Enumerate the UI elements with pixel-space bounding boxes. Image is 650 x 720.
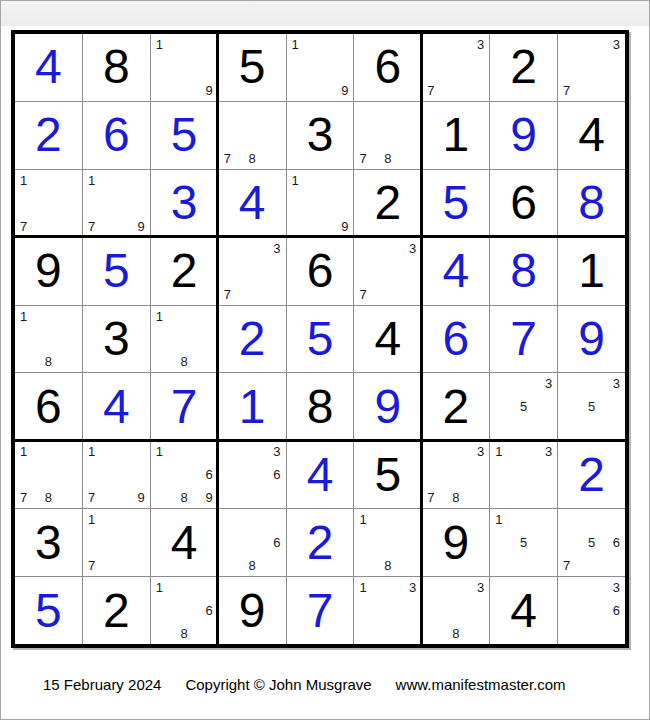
cell-r2c6[interactable]: 78	[354, 102, 421, 169]
solved-digit: 7	[171, 383, 198, 431]
cell-r7c3[interactable]: 1689	[151, 441, 218, 508]
given-digit: 2	[171, 247, 198, 295]
candidate-grid: 18	[151, 306, 218, 373]
solved-digit: 2	[578, 451, 605, 499]
cell-r7c7[interactable]: 378	[422, 441, 489, 508]
candidate-digit: 1	[151, 441, 173, 463]
cell-r4c8[interactable]: 8	[490, 238, 557, 305]
cell-r9c7[interactable]: 38	[422, 577, 489, 644]
solved-digit: 8	[578, 179, 605, 227]
candidate-grid: 17	[15, 170, 82, 237]
cell-r3c7[interactable]: 5	[422, 170, 489, 237]
candidate-digit: 7	[83, 486, 105, 508]
candidate-digit: 1	[83, 170, 105, 192]
candidate-digit: 3	[603, 577, 625, 599]
cell-r6c1[interactable]: 6	[15, 373, 82, 440]
candidate-digit: 7	[422, 79, 444, 101]
candidate-digit: 7	[354, 282, 376, 304]
solved-digit: 6	[442, 315, 469, 363]
candidate-digit: 7	[558, 79, 580, 101]
candidate-digit: 7	[83, 214, 105, 236]
candidate-digit: 7	[83, 554, 105, 576]
cell-r2c4[interactable]: 78	[219, 102, 286, 169]
top-bar	[1, 1, 649, 26]
cell-r5c2[interactable]: 3	[83, 306, 150, 373]
cell-r9c9[interactable]: 36	[558, 577, 625, 644]
solved-digit: 4	[307, 451, 334, 499]
given-digit: 9	[442, 519, 469, 567]
cell-r7c4[interactable]: 36	[219, 441, 286, 508]
footer-copyright: Copyright © John Musgrave	[185, 676, 371, 693]
solved-digit: 2	[307, 519, 334, 567]
box-line-vertical-2	[420, 34, 423, 644]
candidate-digit: 3	[263, 238, 285, 260]
candidate-digit: 3	[603, 373, 625, 395]
given-digit: 6	[375, 43, 402, 91]
candidate-digit: 1	[287, 170, 309, 192]
candidate-digit: 1	[490, 441, 512, 463]
candidate-digit: 6	[195, 464, 217, 486]
given-digit: 1	[442, 111, 469, 159]
cell-r2c2[interactable]: 6	[83, 102, 150, 169]
candidate-digit: 7	[422, 486, 444, 508]
candidate-digit: 6	[263, 464, 285, 486]
cell-r4c4[interactable]: 37	[219, 238, 286, 305]
cell-r9c6[interactable]: 13	[354, 577, 421, 644]
given-digit: 2	[442, 383, 469, 431]
candidate-grid: 178	[15, 441, 82, 508]
candidate-digit: 5	[513, 396, 535, 418]
candidate-digit: 9	[127, 486, 149, 508]
candidate-grid: 18	[354, 509, 421, 576]
cell-r9c1[interactable]: 5	[15, 577, 82, 644]
given-digit: 5	[239, 43, 266, 91]
candidate-digit: 3	[535, 441, 557, 463]
candidate-digit: 5	[513, 532, 535, 554]
footer: 15 February 2024 Copyright © John Musgra…	[43, 676, 566, 693]
solved-digit: 9	[510, 111, 537, 159]
cell-r8c2[interactable]: 17	[83, 509, 150, 576]
solved-digit: 4	[239, 179, 266, 227]
cell-r4c9[interactable]: 1	[558, 238, 625, 305]
candidate-digit: 7	[219, 282, 241, 304]
candidate-digit: 5	[580, 532, 602, 554]
candidate-digit: 3	[467, 34, 489, 56]
cell-r5c5[interactable]: 5	[287, 306, 354, 373]
solved-digit: 9	[578, 315, 605, 363]
cell-r5c4[interactable]: 2	[219, 306, 286, 373]
cell-r7c2[interactable]: 179	[83, 441, 150, 508]
candidate-digit: 8	[37, 350, 59, 372]
given-digit: 5	[375, 451, 402, 499]
cell-r1c8[interactable]: 2	[490, 34, 557, 101]
cell-r6c9[interactable]: 35	[558, 373, 625, 440]
box-line-vertical-1	[216, 34, 219, 644]
cell-r3c2[interactable]: 179	[83, 170, 150, 237]
cell-r8c7[interactable]: 9	[422, 509, 489, 576]
candidate-digit: 1	[151, 34, 173, 56]
given-digit: 6	[307, 247, 334, 295]
cell-r6c8[interactable]: 35	[490, 373, 557, 440]
cell-r2c5[interactable]: 3	[287, 102, 354, 169]
candidate-grid: 19	[287, 34, 354, 101]
solved-digit: 5	[103, 247, 130, 295]
cell-r1c7[interactable]: 37	[422, 34, 489, 101]
candidate-digit: 1	[83, 509, 105, 531]
candidate-digit: 3	[467, 577, 489, 599]
sudoku-grid: 4819519637237265783781941717934192568952…	[11, 30, 629, 648]
cell-r8c8[interactable]: 15	[490, 509, 557, 576]
footer-date: 15 February 2024	[43, 676, 161, 693]
cell-r3c6[interactable]: 2	[354, 170, 421, 237]
candidate-grid: 35	[558, 373, 625, 440]
candidate-digit: 3	[399, 238, 421, 260]
candidate-digit: 8	[241, 146, 263, 168]
cell-r1c3[interactable]: 19	[151, 34, 218, 101]
candidate-grid: 179	[83, 170, 150, 237]
candidate-digit: 3	[467, 441, 489, 463]
solved-digit: 2	[35, 111, 62, 159]
cell-r4c1[interactable]: 9	[15, 238, 82, 305]
cell-r7c6[interactable]: 5	[354, 441, 421, 508]
candidate-digit: 8	[377, 554, 399, 576]
cell-r9c8[interactable]: 4	[490, 577, 557, 644]
candidate-digit: 8	[173, 350, 195, 372]
candidate-grid: 18	[15, 306, 82, 373]
cell-r8c9[interactable]: 567	[558, 509, 625, 576]
solved-digit: 6	[103, 111, 130, 159]
candidate-digit: 6	[195, 599, 217, 621]
cell-r5c7[interactable]: 6	[422, 306, 489, 373]
page: 4819519637237265783781941717934192568952…	[0, 0, 650, 720]
candidate-digit: 8	[173, 622, 195, 644]
candidate-digit: 9	[331, 79, 353, 101]
candidate-digit: 8	[377, 146, 399, 168]
given-digit: 3	[35, 519, 62, 567]
candidate-digit: 1	[15, 170, 37, 192]
cell-r4c6[interactable]: 37	[354, 238, 421, 305]
given-digit: 9	[239, 587, 266, 635]
cell-r9c5[interactable]: 7	[287, 577, 354, 644]
cell-r6c2[interactable]: 4	[83, 373, 150, 440]
candidate-digit: 6	[603, 532, 625, 554]
candidate-digit: 8	[445, 486, 467, 508]
given-digit: 3	[307, 111, 334, 159]
solved-digit: 7	[510, 315, 537, 363]
candidate-grid: 13	[354, 577, 421, 644]
cell-r7c9[interactable]: 2	[558, 441, 625, 508]
candidate-digit: 1	[354, 577, 376, 599]
candidate-digit: 1	[151, 577, 173, 599]
candidate-grid: 19	[287, 170, 354, 237]
cell-r2c7[interactable]: 1	[422, 102, 489, 169]
candidate-digit: 9	[331, 214, 353, 236]
candidate-digit: 9	[195, 486, 217, 508]
cell-r4c7[interactable]: 4	[422, 238, 489, 305]
cell-r3c9[interactable]: 8	[558, 170, 625, 237]
cell-r1c6[interactable]: 6	[354, 34, 421, 101]
given-digit: 2	[510, 43, 537, 91]
candidate-grid: 35	[490, 373, 557, 440]
candidate-digit: 1	[490, 509, 512, 531]
cell-r8c4[interactable]: 68	[219, 509, 286, 576]
candidate-digit: 9	[195, 79, 217, 101]
given-digit: 6	[510, 179, 537, 227]
given-digit: 8	[307, 383, 334, 431]
cell-r8c1[interactable]: 3	[15, 509, 82, 576]
candidate-grid: 37	[219, 238, 286, 305]
candidate-grid: 37	[354, 238, 421, 305]
given-digit: 1	[578, 247, 605, 295]
candidate-grid: 78	[354, 102, 421, 169]
candidate-digit: 8	[173, 486, 195, 508]
box-line-horizontal-1	[15, 235, 625, 238]
cell-r5c1[interactable]: 18	[15, 306, 82, 373]
candidate-grid: 37	[422, 34, 489, 101]
candidate-grid: 15	[490, 509, 557, 576]
candidate-grid: 78	[219, 102, 286, 169]
candidate-grid: 37	[558, 34, 625, 101]
cell-r5c8[interactable]: 7	[490, 306, 557, 373]
cell-r1c9[interactable]: 37	[558, 34, 625, 101]
candidate-digit: 7	[15, 214, 37, 236]
cell-r5c9[interactable]: 9	[558, 306, 625, 373]
candidate-grid: 168	[151, 577, 218, 644]
cell-r3c8[interactable]: 6	[490, 170, 557, 237]
candidate-digit: 3	[263, 441, 285, 463]
cell-r9c4[interactable]: 9	[219, 577, 286, 644]
candidate-digit: 3	[603, 34, 625, 56]
given-digit: 4	[510, 587, 537, 635]
cell-r9c3[interactable]: 168	[151, 577, 218, 644]
solved-digit: 2	[239, 315, 266, 363]
cell-r1c2[interactable]: 8	[83, 34, 150, 101]
cell-r4c2[interactable]: 5	[83, 238, 150, 305]
cell-r2c9[interactable]: 4	[558, 102, 625, 169]
solved-digit: 1	[239, 383, 266, 431]
candidate-grid: 17	[83, 509, 150, 576]
cell-r7c1[interactable]: 178	[15, 441, 82, 508]
cell-r6c3[interactable]: 7	[151, 373, 218, 440]
cell-r8c5[interactable]: 2	[287, 509, 354, 576]
candidate-digit: 7	[558, 554, 580, 576]
candidate-grid: 179	[83, 441, 150, 508]
cell-r1c4[interactable]: 5	[219, 34, 286, 101]
cell-r1c1[interactable]: 4	[15, 34, 82, 101]
cell-r7c8[interactable]: 13	[490, 441, 557, 508]
candidate-digit: 1	[287, 34, 309, 56]
candidate-digit: 9	[127, 214, 149, 236]
solved-digit: 5	[307, 315, 334, 363]
cell-r4c3[interactable]: 2	[151, 238, 218, 305]
given-digit: 3	[103, 315, 130, 363]
candidate-grid: 36	[219, 441, 286, 508]
cell-r6c5[interactable]: 8	[287, 373, 354, 440]
cell-r8c3[interactable]: 4	[151, 509, 218, 576]
candidate-grid: 567	[558, 509, 625, 576]
given-digit: 2	[103, 587, 130, 635]
candidate-grid: 13	[490, 441, 557, 508]
given-digit: 9	[35, 247, 62, 295]
solved-digit: 5	[442, 179, 469, 227]
cell-r8c6[interactable]: 18	[354, 509, 421, 576]
candidate-digit: 8	[37, 486, 59, 508]
cell-r6c7[interactable]: 2	[422, 373, 489, 440]
candidate-digit: 7	[354, 146, 376, 168]
candidate-digit: 6	[603, 599, 625, 621]
cell-r2c3[interactable]: 5	[151, 102, 218, 169]
solved-digit: 7	[307, 587, 334, 635]
candidate-digit: 1	[151, 306, 173, 328]
cell-r2c1[interactable]: 2	[15, 102, 82, 169]
candidate-digit: 1	[83, 441, 105, 463]
given-digit: 8	[103, 43, 130, 91]
cell-r9c2[interactable]: 2	[83, 577, 150, 644]
solved-digit: 4	[442, 247, 469, 295]
solved-digit: 4	[35, 43, 62, 91]
cell-r1c5[interactable]: 19	[287, 34, 354, 101]
solved-digit: 4	[103, 383, 130, 431]
solved-digit: 9	[375, 383, 402, 431]
candidate-digit: 1	[15, 441, 37, 463]
box-line-horizontal-2	[15, 439, 625, 442]
candidate-grid: 1689	[151, 441, 218, 508]
candidate-grid: 378	[422, 441, 489, 508]
given-digit: 4	[578, 111, 605, 159]
candidate-digit: 1	[354, 509, 376, 531]
given-digit: 4	[171, 519, 198, 567]
footer-website[interactable]: www.manifestmaster.com	[396, 676, 566, 693]
cell-r3c3[interactable]: 3	[151, 170, 218, 237]
cell-r5c3[interactable]: 18	[151, 306, 218, 373]
given-digit: 2	[375, 179, 402, 227]
given-digit: 4	[375, 315, 402, 363]
solved-digit: 5	[171, 111, 198, 159]
candidate-digit: 7	[15, 486, 37, 508]
cell-r6c6[interactable]: 9	[354, 373, 421, 440]
cell-r3c4[interactable]: 4	[219, 170, 286, 237]
given-digit: 6	[35, 383, 62, 431]
candidate-digit: 3	[535, 373, 557, 395]
candidate-grid: 68	[219, 509, 286, 576]
candidate-digit: 8	[241, 554, 263, 576]
candidate-grid: 19	[151, 34, 218, 101]
candidate-digit: 6	[263, 532, 285, 554]
cell-r3c5[interactable]: 19	[287, 170, 354, 237]
candidate-digit: 7	[219, 146, 241, 168]
cell-r7c5[interactable]: 4	[287, 441, 354, 508]
candidate-digit: 5	[580, 396, 602, 418]
candidate-digit: 1	[15, 306, 37, 328]
candidate-digit: 3	[399, 577, 421, 599]
candidate-grid: 38	[422, 577, 489, 644]
solved-digit: 8	[510, 247, 537, 295]
solved-digit: 5	[35, 587, 62, 635]
candidate-grid: 36	[558, 577, 625, 644]
cell-r6c4[interactable]: 1	[219, 373, 286, 440]
cell-r3c1[interactable]: 17	[15, 170, 82, 237]
candidate-digit: 8	[445, 622, 467, 644]
cell-r2c8[interactable]: 9	[490, 102, 557, 169]
solved-digit: 3	[171, 179, 198, 227]
cell-r4c5[interactable]: 6	[287, 238, 354, 305]
cell-r5c6[interactable]: 4	[354, 306, 421, 373]
